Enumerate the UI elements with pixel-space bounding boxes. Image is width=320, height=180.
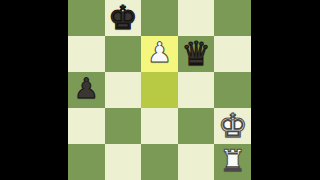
square-f4[interactable] bbox=[141, 144, 178, 180]
square-f7[interactable]: ♟ bbox=[141, 36, 178, 72]
piece-white-king[interactable]: ♚ bbox=[218, 109, 248, 142]
square-f8[interactable] bbox=[141, 0, 178, 36]
square-h4[interactable]: ♜ bbox=[214, 144, 251, 180]
square-d4[interactable] bbox=[68, 144, 105, 180]
square-d5[interactable] bbox=[68, 108, 105, 144]
square-g4[interactable] bbox=[178, 144, 215, 180]
square-g5[interactable] bbox=[178, 108, 215, 144]
square-d8[interactable] bbox=[68, 0, 105, 36]
square-h6[interactable] bbox=[214, 72, 251, 108]
square-e7[interactable] bbox=[105, 36, 142, 72]
square-f5[interactable] bbox=[141, 108, 178, 144]
square-f6[interactable] bbox=[141, 72, 178, 108]
square-e6[interactable] bbox=[105, 72, 142, 108]
chess-board: ♚♟♛♟♚♜ bbox=[68, 0, 251, 180]
screen: ♚♟♛♟♚♜ bbox=[0, 0, 320, 180]
square-e4[interactable] bbox=[105, 144, 142, 180]
square-e8[interactable]: ♚ bbox=[105, 0, 142, 36]
piece-white-pawn[interactable]: ♟ bbox=[147, 39, 172, 67]
square-d7[interactable] bbox=[68, 36, 105, 72]
square-g6[interactable] bbox=[178, 72, 215, 108]
square-g8[interactable] bbox=[178, 0, 215, 36]
square-h7[interactable] bbox=[214, 36, 251, 72]
piece-black-queen[interactable]: ♛ bbox=[181, 37, 211, 70]
piece-black-king[interactable]: ♚ bbox=[108, 1, 138, 34]
square-g7[interactable]: ♛ bbox=[178, 36, 215, 72]
square-d6[interactable]: ♟ bbox=[68, 72, 105, 108]
square-h5[interactable]: ♚ bbox=[214, 108, 251, 144]
square-h8[interactable] bbox=[214, 0, 251, 36]
square-e5[interactable] bbox=[105, 108, 142, 144]
piece-black-pawn[interactable]: ♟ bbox=[74, 75, 99, 103]
piece-white-rook[interactable]: ♜ bbox=[219, 146, 246, 176]
